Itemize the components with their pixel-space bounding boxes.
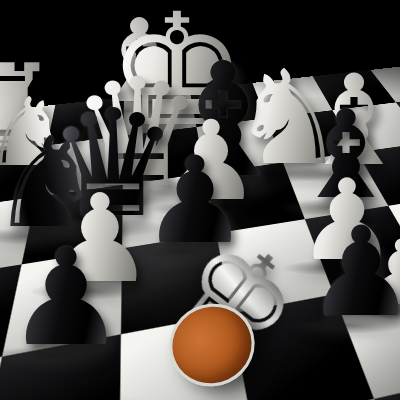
black-pawn-left-glyph: ♟ [6,231,126,365]
black-pawn-left: ♟ [6,231,126,365]
scene: ♜♞♞♝♚♛♛♝♞♝♝♟♟♟♟♟♟♟♚ [0,0,400,400]
